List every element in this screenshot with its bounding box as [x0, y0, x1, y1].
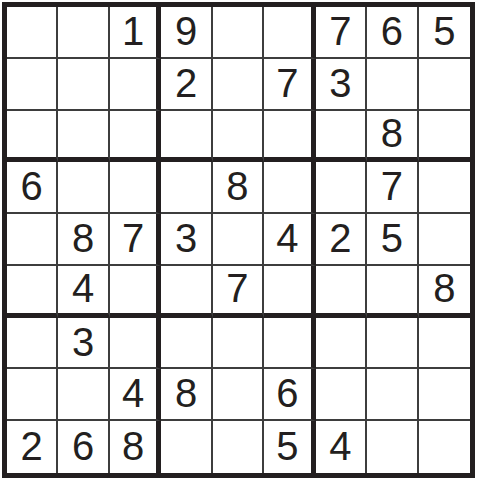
cell-r1c6[interactable] — [264, 7, 315, 59]
cell-r8c8[interactable] — [367, 369, 418, 421]
cell-r7c7[interactable] — [316, 318, 367, 370]
cell-r3c5[interactable] — [213, 111, 264, 163]
cell-r3c2[interactable] — [58, 111, 109, 163]
cell-r1c3[interactable]: 1 — [110, 7, 161, 59]
cell-r4c3[interactable] — [110, 162, 161, 214]
cell-r6c1[interactable] — [7, 266, 58, 318]
cell-r3c9[interactable] — [419, 111, 470, 163]
cell-r8c1[interactable] — [7, 369, 58, 421]
cell-r6c6[interactable] — [264, 266, 315, 318]
cell-r3c4[interactable] — [161, 111, 212, 163]
cell-r5c2[interactable]: 8 — [58, 214, 109, 266]
cell-r7c4[interactable] — [161, 318, 212, 370]
cell-r6c9[interactable]: 8 — [419, 266, 470, 318]
cell-r1c9[interactable]: 5 — [419, 7, 470, 59]
cell-r4c8[interactable]: 7 — [367, 162, 418, 214]
cell-r9c1[interactable]: 2 — [7, 421, 58, 473]
cell-r2c6[interactable]: 7 — [264, 59, 315, 111]
cell-r9c8[interactable] — [367, 421, 418, 473]
cell-r4c7[interactable] — [316, 162, 367, 214]
cell-r2c5[interactable] — [213, 59, 264, 111]
cell-r5c7[interactable]: 2 — [316, 214, 367, 266]
cell-r5c8[interactable]: 5 — [367, 214, 418, 266]
cell-r9c5[interactable] — [213, 421, 264, 473]
cell-r6c2[interactable]: 4 — [58, 266, 109, 318]
cell-r1c4[interactable]: 9 — [161, 7, 212, 59]
cell-r1c1[interactable] — [7, 7, 58, 59]
cell-r5c4[interactable]: 3 — [161, 214, 212, 266]
cell-r3c1[interactable] — [7, 111, 58, 163]
cell-r8c2[interactable] — [58, 369, 109, 421]
cell-r8c6[interactable]: 6 — [264, 369, 315, 421]
cell-r7c8[interactable] — [367, 318, 418, 370]
cell-r3c3[interactable] — [110, 111, 161, 163]
cell-r5c1[interactable] — [7, 214, 58, 266]
sudoku-page: 197652738687873425478348626854 — [0, 0, 478, 481]
cell-r8c5[interactable] — [213, 369, 264, 421]
cell-r2c4[interactable]: 2 — [161, 59, 212, 111]
cell-r4c1[interactable]: 6 — [7, 162, 58, 214]
cell-r6c3[interactable] — [110, 266, 161, 318]
cell-r9c7[interactable]: 4 — [316, 421, 367, 473]
cell-r2c8[interactable] — [367, 59, 418, 111]
cell-r2c1[interactable] — [7, 59, 58, 111]
cell-r4c6[interactable] — [264, 162, 315, 214]
cell-r2c9[interactable] — [419, 59, 470, 111]
cell-r3c7[interactable] — [316, 111, 367, 163]
cell-r5c5[interactable] — [213, 214, 264, 266]
cell-r7c5[interactable] — [213, 318, 264, 370]
cell-r7c3[interactable] — [110, 318, 161, 370]
cell-r3c8[interactable]: 8 — [367, 111, 418, 163]
cell-r9c3[interactable]: 8 — [110, 421, 161, 473]
cell-r4c4[interactable] — [161, 162, 212, 214]
cell-r2c2[interactable] — [58, 59, 109, 111]
cell-r6c5[interactable]: 7 — [213, 266, 264, 318]
cell-r6c8[interactable] — [367, 266, 418, 318]
cell-r9c4[interactable] — [161, 421, 212, 473]
cell-r2c3[interactable] — [110, 59, 161, 111]
sudoku-board: 197652738687873425478348626854 — [2, 2, 475, 478]
cell-r4c9[interactable] — [419, 162, 470, 214]
cell-r8c4[interactable]: 8 — [161, 369, 212, 421]
cell-r8c7[interactable] — [316, 369, 367, 421]
cell-r7c6[interactable] — [264, 318, 315, 370]
cell-r2c7[interactable]: 3 — [316, 59, 367, 111]
cell-r1c7[interactable]: 7 — [316, 7, 367, 59]
cell-r7c2[interactable]: 3 — [58, 318, 109, 370]
cell-r9c6[interactable]: 5 — [264, 421, 315, 473]
cell-r6c7[interactable] — [316, 266, 367, 318]
cell-r5c3[interactable]: 7 — [110, 214, 161, 266]
cell-r1c8[interactable]: 6 — [367, 7, 418, 59]
cell-r7c1[interactable] — [7, 318, 58, 370]
cell-r8c3[interactable]: 4 — [110, 369, 161, 421]
cell-r9c9[interactable] — [419, 421, 470, 473]
cell-r3c6[interactable] — [264, 111, 315, 163]
cell-r6c4[interactable] — [161, 266, 212, 318]
cell-r5c6[interactable]: 4 — [264, 214, 315, 266]
cell-r8c9[interactable] — [419, 369, 470, 421]
cell-r5c9[interactable] — [419, 214, 470, 266]
cell-r1c5[interactable] — [213, 7, 264, 59]
cell-r4c2[interactable] — [58, 162, 109, 214]
cell-r9c2[interactable]: 6 — [58, 421, 109, 473]
cell-r1c2[interactable] — [58, 7, 109, 59]
cell-r4c5[interactable]: 8 — [213, 162, 264, 214]
cell-r7c9[interactable] — [419, 318, 470, 370]
